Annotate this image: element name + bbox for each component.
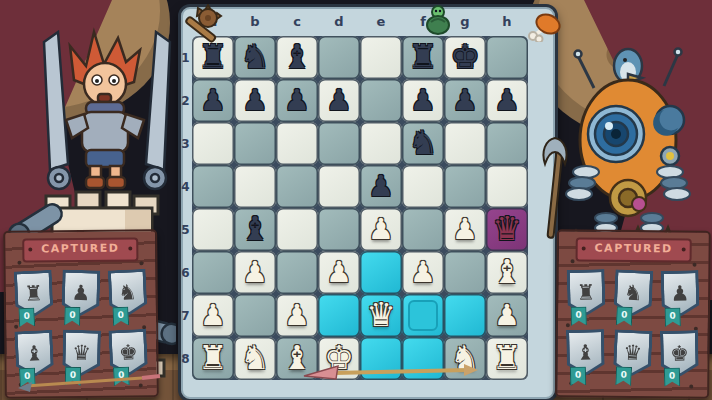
piece-dark-pawn[interactable]: ♟ xyxy=(444,79,486,121)
square-c6[interactable] xyxy=(276,251,318,294)
square-a2[interactable]: ♟ xyxy=(192,79,234,122)
mace-icon xyxy=(178,4,224,52)
piece-dark-pawn[interactable]: ♟ xyxy=(402,79,444,121)
captured-slot-rook: ♜0 xyxy=(567,269,606,322)
captured-banner-left: CAPTURED xyxy=(22,237,138,262)
file-label-h: h xyxy=(486,10,528,34)
square-b6[interactable]: ♟ xyxy=(234,251,276,294)
piece-dark-knight[interactable]: ♞ xyxy=(234,36,276,78)
captured-slot-queen: ♛0 xyxy=(612,329,652,383)
queen-portrait-icon: ♛ xyxy=(72,341,91,365)
captured-badges-right-row1: ♜0♞0♟0 xyxy=(558,269,709,323)
captured-count-king: 0 xyxy=(664,367,680,386)
square-b7[interactable] xyxy=(234,294,276,337)
square-d6[interactable]: ♟ xyxy=(318,251,360,294)
square-b8[interactable]: ♞ xyxy=(234,337,276,380)
square-b2[interactable]: ♟ xyxy=(234,79,276,122)
arrow-icon xyxy=(14,370,164,396)
captured-badges-left-row1: ♜0♟0♞0 xyxy=(6,269,157,323)
board-grid: ♜♞♝♜♚♟♟♟♟♟♟♟♞♟♝♟♟♛♟♟♟♝♟♟♛♟♜♞♝♚♞♜ xyxy=(192,36,528,380)
piece-dark-bishop[interactable]: ♝ xyxy=(276,36,318,78)
file-labels: abcdefgh xyxy=(192,10,528,34)
bishop-portrait-icon: ♝ xyxy=(576,340,595,364)
bolt-icon xyxy=(571,259,575,263)
piece-light-pawn[interactable]: ♟ xyxy=(234,251,276,293)
square-c4[interactable] xyxy=(276,165,318,208)
square-e3[interactable] xyxy=(360,122,402,165)
square-e5[interactable]: ♟ xyxy=(360,208,402,251)
square-h3[interactable] xyxy=(486,122,528,165)
square-h7[interactable]: ♟ xyxy=(486,294,528,337)
captured-count-pawn: 0 xyxy=(664,307,680,326)
captured-count-queen: 0 xyxy=(615,366,632,386)
rank-labels: 12345678 xyxy=(179,36,192,380)
square-e2[interactable] xyxy=(360,79,402,122)
square-h2[interactable]: ♟ xyxy=(486,79,528,122)
piece-dark-pawn[interactable]: ♟ xyxy=(192,79,234,121)
piece-dark-pawn[interactable]: ♟ xyxy=(360,165,402,207)
piece-light-rook[interactable]: ♜ xyxy=(192,337,234,379)
square-a8[interactable]: ♜ xyxy=(192,337,234,380)
bolt-icon xyxy=(17,261,21,265)
rank-label-3: 3 xyxy=(179,122,192,165)
square-g4[interactable] xyxy=(444,165,486,208)
piece-light-rook[interactable]: ♜ xyxy=(486,337,528,379)
square-e7[interactable]: ♛ xyxy=(360,294,402,337)
captured-count-rook: 0 xyxy=(18,307,35,327)
piece-dark-pawn[interactable]: ♟ xyxy=(276,79,318,121)
square-a6[interactable] xyxy=(192,251,234,294)
square-f1[interactable]: ♜ xyxy=(402,36,444,79)
piece-light-knight[interactable]: ♞ xyxy=(234,337,276,379)
square-f6[interactable]: ♟ xyxy=(402,251,444,294)
square-g2[interactable]: ♟ xyxy=(444,79,486,122)
file-label-e: e xyxy=(360,10,402,34)
rank-label-6: 6 xyxy=(179,251,192,294)
square-g1[interactable]: ♚ xyxy=(444,36,486,79)
square-b3[interactable] xyxy=(234,122,276,165)
square-g7[interactable] xyxy=(444,294,486,337)
captured-count-rook: 0 xyxy=(570,307,586,326)
square-a7[interactable]: ♟ xyxy=(192,294,234,337)
piece-dark-queen[interactable]: ♛ xyxy=(486,208,528,250)
pawn-portrait-icon: ♟ xyxy=(71,281,90,305)
rook-portrait-icon: ♜ xyxy=(24,281,44,306)
piece-light-pawn[interactable]: ♟ xyxy=(402,251,444,293)
square-b4[interactable] xyxy=(234,165,276,208)
square-c3[interactable] xyxy=(276,122,318,165)
square-f4[interactable] xyxy=(402,165,444,208)
rank-label-4: 4 xyxy=(179,165,192,208)
square-a5[interactable] xyxy=(192,208,234,251)
square-g6[interactable] xyxy=(444,251,486,294)
square-a3[interactable] xyxy=(192,122,234,165)
square-c5[interactable] xyxy=(276,208,318,251)
chess-board: abcdefgh 12345678 ♜♞♝♜♚♟♟♟♟♟♟♟♞♟♝♟♟♛♟♟♟♝… xyxy=(178,4,558,400)
piece-light-pawn[interactable]: ♟ xyxy=(318,251,360,293)
piece-dark-pawn[interactable]: ♟ xyxy=(234,79,276,121)
captured-slot-bishop: ♝0 xyxy=(566,329,605,382)
square-f2[interactable]: ♟ xyxy=(402,79,444,122)
bishop-portrait-icon: ♝ xyxy=(24,341,44,366)
captured-count-knight: 0 xyxy=(112,306,129,326)
turtle-icon xyxy=(423,2,453,36)
square-f7[interactable] xyxy=(402,294,444,337)
drumstick-icon xyxy=(527,12,561,42)
hero-kid xyxy=(66,32,144,188)
file-label-d: d xyxy=(318,10,360,34)
king-portrait-icon: ♚ xyxy=(118,340,138,365)
square-e6[interactable] xyxy=(360,251,402,294)
piece-light-pawn[interactable]: ♟ xyxy=(360,208,402,250)
piece-dark-pawn[interactable]: ♟ xyxy=(318,79,360,121)
square-h4[interactable] xyxy=(486,165,528,208)
piece-dark-king[interactable]: ♚ xyxy=(444,36,486,78)
captured-count-knight: 0 xyxy=(616,306,633,326)
captured-slot-rook: ♜0 xyxy=(14,270,54,324)
square-h5[interactable]: ♛ xyxy=(486,208,528,251)
square-e1[interactable] xyxy=(360,36,402,79)
captured-count-bishop: 0 xyxy=(570,367,586,386)
square-a4[interactable] xyxy=(192,165,234,208)
captured-slot-knight: ♞0 xyxy=(108,269,148,323)
square-d4[interactable] xyxy=(318,165,360,208)
square-b5[interactable]: ♝ xyxy=(234,208,276,251)
game-stage: abcdefgh 12345678 ♜♞♝♜♚♟♟♟♟♟♟♟♞♟♝♟♟♛♟♟♟♝… xyxy=(0,0,712,400)
square-c1[interactable]: ♝ xyxy=(276,36,318,79)
robot-body xyxy=(566,80,690,233)
move-target-marker xyxy=(408,300,438,331)
king-portrait-icon: ♚ xyxy=(670,341,689,365)
piece-dark-bishop[interactable]: ♝ xyxy=(234,208,276,250)
rank-label-7: 7 xyxy=(179,294,192,337)
square-d5[interactable] xyxy=(318,208,360,251)
queen-portrait-icon: ♛ xyxy=(623,341,643,366)
piece-light-pawn[interactable]: ♟ xyxy=(276,294,318,336)
rank-label-5: 5 xyxy=(179,208,192,251)
piece-light-pawn[interactable]: ♟ xyxy=(486,294,528,336)
spear-icon xyxy=(298,362,478,384)
rook-portrait-icon: ♜ xyxy=(576,280,595,304)
knight-portrait-icon: ♞ xyxy=(118,280,138,305)
square-c2[interactable]: ♟ xyxy=(276,79,318,122)
piece-dark-pawn[interactable]: ♟ xyxy=(486,79,528,121)
rank-label-2: 2 xyxy=(179,79,192,122)
captured-banner-right: CAPTURED xyxy=(576,237,692,262)
square-d3[interactable] xyxy=(318,122,360,165)
rank-label-8: 8 xyxy=(179,337,192,380)
piece-light-queen[interactable]: ♛ xyxy=(360,294,402,336)
square-d7[interactable] xyxy=(318,294,360,337)
piece-dark-knight[interactable]: ♞ xyxy=(402,122,444,164)
square-g3[interactable] xyxy=(444,122,486,165)
square-h1[interactable] xyxy=(486,36,528,79)
square-e4[interactable]: ♟ xyxy=(360,165,402,208)
captured-badges-right-row2: ♝0♛0♚0 xyxy=(557,329,708,383)
square-h8[interactable]: ♜ xyxy=(486,337,528,380)
captured-slot-pawn: ♟0 xyxy=(661,270,700,323)
knight-portrait-icon: ♞ xyxy=(623,281,643,306)
square-f3[interactable]: ♞ xyxy=(402,122,444,165)
square-c7[interactable]: ♟ xyxy=(276,294,318,337)
square-d2[interactable]: ♟ xyxy=(318,79,360,122)
file-label-b: b xyxy=(234,10,276,34)
square-d1[interactable] xyxy=(318,36,360,79)
captured-panel-right: CAPTURED ♜0♞0♟0 ♝0♛0♚0 xyxy=(555,229,711,399)
captured-slot-king: ♚0 xyxy=(660,330,699,383)
captured-count-pawn: 0 xyxy=(64,307,80,326)
file-label-c: c xyxy=(276,10,318,34)
piece-light-pawn[interactable]: ♟ xyxy=(444,208,486,250)
piece-dark-rook[interactable]: ♜ xyxy=(402,36,444,78)
piece-light-pawn[interactable]: ♟ xyxy=(192,294,234,336)
square-b1[interactable]: ♞ xyxy=(234,36,276,79)
axe-icon xyxy=(540,136,570,242)
captured-slot-pawn: ♟0 xyxy=(61,270,100,323)
captured-slot-knight: ♞0 xyxy=(613,269,653,323)
square-f5[interactable] xyxy=(402,208,444,251)
square-g5[interactable]: ♟ xyxy=(444,208,486,251)
piece-light-bishop[interactable]: ♝ xyxy=(486,251,528,293)
square-h6[interactable]: ♝ xyxy=(486,251,528,294)
pawn-portrait-icon: ♟ xyxy=(670,281,689,305)
